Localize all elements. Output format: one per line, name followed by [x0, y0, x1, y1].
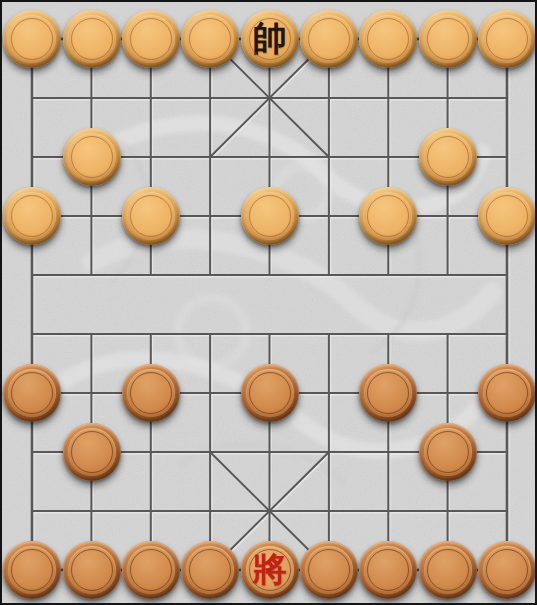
piece-hidden-down[interactable]	[241, 364, 299, 422]
piece-hidden-up[interactable]	[122, 10, 180, 68]
piece-hidden-down[interactable]	[63, 541, 121, 599]
piece-hidden-down[interactable]	[359, 364, 417, 422]
piece-face	[8, 546, 56, 594]
piece-face	[68, 546, 116, 594]
piece-hidden-down[interactable]	[300, 541, 358, 599]
xiangqi-board[interactable]: 帥將	[0, 0, 537, 605]
piece-hidden-up[interactable]	[63, 128, 121, 186]
piece-face	[305, 546, 353, 594]
piece-face	[424, 428, 472, 476]
piece-face	[364, 546, 412, 594]
piece-face	[8, 15, 56, 63]
piece-face	[68, 428, 116, 476]
general-glyph: 將	[253, 552, 287, 586]
piece-face	[364, 369, 412, 417]
piece-face	[305, 15, 353, 63]
piece-hidden-down[interactable]	[63, 423, 121, 481]
piece-face	[8, 192, 56, 240]
piece-hidden-down[interactable]	[181, 541, 239, 599]
piece-face	[186, 546, 234, 594]
piece-hidden-up[interactable]	[478, 187, 536, 245]
piece-face	[483, 15, 531, 63]
piece-face	[127, 192, 175, 240]
piece-face	[127, 369, 175, 417]
piece-hidden-up[interactable]	[419, 10, 477, 68]
piece-hidden-down[interactable]	[419, 423, 477, 481]
piece-hidden-up[interactable]	[419, 128, 477, 186]
piece-face	[246, 369, 294, 417]
piece-hidden-down[interactable]	[419, 541, 477, 599]
piece-hidden-down[interactable]	[478, 541, 536, 599]
piece-face	[424, 546, 472, 594]
piece-general-down[interactable]: 將	[241, 541, 299, 599]
piece-hidden-up[interactable]	[241, 187, 299, 245]
piece-face	[424, 15, 472, 63]
piece-face: 帥	[246, 15, 294, 63]
piece-general-up[interactable]: 帥	[241, 10, 299, 68]
piece-face	[424, 133, 472, 181]
piece-hidden-up[interactable]	[181, 10, 239, 68]
piece-face	[364, 192, 412, 240]
piece-hidden-up[interactable]	[478, 10, 536, 68]
piece-hidden-down[interactable]	[359, 541, 417, 599]
piece-face	[127, 15, 175, 63]
piece-hidden-up[interactable]	[63, 10, 121, 68]
piece-hidden-up[interactable]	[3, 187, 61, 245]
piece-face	[364, 15, 412, 63]
piece-face	[127, 546, 175, 594]
piece-face: 將	[246, 546, 294, 594]
piece-hidden-down[interactable]	[122, 364, 180, 422]
piece-hidden-down[interactable]	[122, 541, 180, 599]
piece-face	[483, 192, 531, 240]
piece-hidden-up[interactable]	[122, 187, 180, 245]
piece-face	[8, 369, 56, 417]
piece-hidden-down[interactable]	[478, 364, 536, 422]
piece-face	[246, 192, 294, 240]
piece-hidden-up[interactable]	[359, 187, 417, 245]
piece-face	[483, 369, 531, 417]
general-glyph: 帥	[253, 21, 287, 55]
piece-hidden-up[interactable]	[300, 10, 358, 68]
piece-face	[68, 15, 116, 63]
piece-face	[68, 133, 116, 181]
piece-hidden-down[interactable]	[3, 364, 61, 422]
piece-face	[186, 15, 234, 63]
piece-hidden-up[interactable]	[3, 10, 61, 68]
piece-hidden-up[interactable]	[359, 10, 417, 68]
piece-hidden-down[interactable]	[3, 541, 61, 599]
piece-face	[483, 546, 531, 594]
piece-layer: 帥將	[3, 10, 537, 600]
